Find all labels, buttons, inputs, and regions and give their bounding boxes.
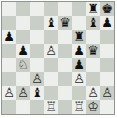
square-h6[interactable] — [100, 30, 114, 44]
square-g5[interactable]: ♛ — [86, 44, 100, 58]
square-a4[interactable] — [2, 58, 16, 72]
square-f2[interactable] — [72, 86, 86, 100]
white-rook-piece: ♖ — [73, 100, 85, 114]
black-bishop-piece: ♝ — [45, 16, 57, 30]
square-h8[interactable]: ♚ — [100, 2, 114, 16]
square-b1[interactable] — [16, 100, 30, 114]
black-bishop-piece: ♝ — [31, 86, 43, 100]
square-b3[interactable] — [16, 72, 30, 86]
black-pawn-piece: ♟ — [17, 44, 29, 58]
square-g4[interactable] — [86, 58, 100, 72]
black-rook-piece: ♜ — [87, 2, 99, 16]
square-a5[interactable] — [2, 44, 16, 58]
square-b2[interactable]: ♙ — [16, 86, 30, 100]
square-b8[interactable] — [16, 2, 30, 16]
square-a2[interactable]: ♙ — [2, 86, 16, 100]
square-e4[interactable] — [58, 58, 72, 72]
square-d7[interactable]: ♝ — [44, 16, 58, 30]
square-g3[interactable] — [86, 72, 100, 86]
square-a8[interactable] — [2, 2, 16, 16]
white-pawn-piece: ♙ — [101, 86, 113, 100]
square-c1[interactable] — [30, 100, 44, 114]
square-h5[interactable] — [100, 44, 114, 58]
square-f1[interactable]: ♖ — [72, 100, 86, 114]
square-f6[interactable]: ♜ — [72, 30, 86, 44]
square-e5[interactable] — [58, 44, 72, 58]
black-bishop-piece: ♝ — [87, 16, 99, 30]
square-d8[interactable] — [44, 2, 58, 16]
black-pawn-piece: ♟ — [3, 30, 15, 44]
square-b4[interactable]: ♘ — [16, 58, 30, 72]
square-c4[interactable] — [30, 58, 44, 72]
chess-diagram: ♜♚♝♛♝♟♟♜♟♙♟♛♘♟♙♙♙♙♝♙♙♖♖♔ — [0, 0, 117, 118]
black-king-piece: ♚ — [101, 2, 113, 16]
square-f8[interactable] — [72, 2, 86, 16]
white-pawn-piece: ♙ — [31, 72, 43, 86]
square-e8[interactable] — [58, 2, 72, 16]
square-d2[interactable] — [44, 86, 58, 100]
white-pawn-piece: ♙ — [3, 86, 15, 100]
black-pawn-piece: ♟ — [73, 44, 85, 58]
square-b7[interactable] — [16, 16, 30, 30]
square-b6[interactable] — [16, 30, 30, 44]
square-g6[interactable] — [86, 30, 100, 44]
square-a3[interactable] — [2, 72, 16, 86]
square-g2[interactable]: ♙ — [86, 86, 100, 100]
square-e3[interactable] — [58, 72, 72, 86]
white-pawn-piece: ♙ — [87, 86, 99, 100]
square-e2[interactable] — [58, 86, 72, 100]
square-c2[interactable]: ♝ — [30, 86, 44, 100]
square-d3[interactable] — [44, 72, 58, 86]
chess-board: ♜♚♝♛♝♟♟♜♟♙♟♛♘♟♙♙♙♙♝♙♙♖♖♔ — [1, 1, 115, 115]
square-a1[interactable] — [2, 100, 16, 114]
square-b5[interactable]: ♟ — [16, 44, 30, 58]
black-queen-piece: ♛ — [59, 16, 71, 30]
white-pawn-piece: ♙ — [17, 86, 29, 100]
square-a7[interactable] — [2, 16, 16, 30]
white-king-piece: ♔ — [87, 100, 99, 114]
square-a6[interactable]: ♟ — [2, 30, 16, 44]
square-c6[interactable] — [30, 30, 44, 44]
square-g8[interactable]: ♜ — [86, 2, 100, 16]
black-rook-piece: ♜ — [73, 30, 85, 44]
square-f4[interactable]: ♟ — [72, 58, 86, 72]
square-c3[interactable]: ♙ — [30, 72, 44, 86]
square-h4[interactable] — [100, 58, 114, 72]
square-g7[interactable]: ♝ — [86, 16, 100, 30]
square-f7[interactable] — [72, 16, 86, 30]
white-rook-piece: ♖ — [45, 100, 57, 114]
square-c7[interactable] — [30, 16, 44, 30]
square-h7[interactable]: ♟ — [100, 16, 114, 30]
black-queen-piece: ♛ — [87, 44, 99, 58]
square-d6[interactable] — [44, 30, 58, 44]
square-e1[interactable] — [58, 100, 72, 114]
square-h3[interactable] — [100, 72, 114, 86]
square-d5[interactable]: ♙ — [44, 44, 58, 58]
square-c8[interactable] — [30, 2, 44, 16]
white-pawn-piece: ♙ — [45, 44, 57, 58]
square-g1[interactable]: ♔ — [86, 100, 100, 114]
white-pawn-piece: ♙ — [73, 72, 85, 86]
square-d1[interactable]: ♖ — [44, 100, 58, 114]
black-pawn-piece: ♟ — [73, 58, 85, 72]
square-e7[interactable]: ♛ — [58, 16, 72, 30]
square-h2[interactable]: ♙ — [100, 86, 114, 100]
square-f5[interactable]: ♟ — [72, 44, 86, 58]
black-pawn-piece: ♟ — [101, 16, 113, 30]
square-f3[interactable]: ♙ — [72, 72, 86, 86]
square-d4[interactable] — [44, 58, 58, 72]
square-e6[interactable] — [58, 30, 72, 44]
white-knight-piece: ♘ — [17, 58, 29, 72]
square-h1[interactable] — [100, 100, 114, 114]
square-c5[interactable] — [30, 44, 44, 58]
